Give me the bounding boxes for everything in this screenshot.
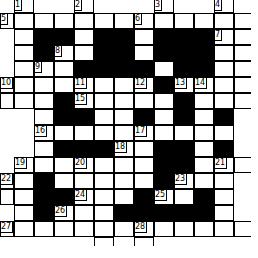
white-cell-r10-c3[interactable] xyxy=(54,157,74,173)
white-cell-r4-c3[interactable] xyxy=(54,61,74,77)
clue-number-18: 18 xyxy=(114,141,127,153)
white-cell-r10-c12[interactable] xyxy=(234,157,251,173)
void-cell-r15-c1 xyxy=(14,237,34,246)
white-cell-r11-c3[interactable] xyxy=(54,173,74,189)
crossword-puzzle-screenshot: 1234567891011121314151617181920212223242… xyxy=(0,0,258,258)
white-cell-r14-c8[interactable] xyxy=(154,221,174,237)
black-cell-r7-c11 xyxy=(214,109,234,125)
clue-number-26: 26 xyxy=(54,205,67,217)
white-cell-r12-c0[interactable] xyxy=(0,189,14,205)
black-cell-r9-c11 xyxy=(214,141,234,157)
void-cell-r3-c0 xyxy=(0,45,14,61)
white-cell-r13-c4[interactable] xyxy=(74,205,94,221)
white-cell-r8-c4[interactable] xyxy=(74,125,94,141)
white-cell-r8-c5[interactable] xyxy=(94,125,114,141)
white-cell-r12-c11[interactable] xyxy=(214,189,234,205)
white-cell-r9-c6[interactable]: 18 xyxy=(114,141,134,157)
white-cell-r5-c0[interactable]: 10 xyxy=(0,77,14,93)
white-cell-r4-c1[interactable] xyxy=(14,61,34,77)
white-cell-r14-c6[interactable] xyxy=(114,221,134,237)
black-cell-r13-c2 xyxy=(34,205,54,221)
black-cell-r4-c10 xyxy=(194,61,214,77)
white-cell-r10-c5[interactable] xyxy=(94,157,114,173)
white-cell-r11-c7[interactable] xyxy=(134,173,154,189)
white-cell-r11-c0[interactable]: 22 xyxy=(0,173,14,189)
clue-number-28: 28 xyxy=(134,221,147,233)
black-cell-r2-c9 xyxy=(174,29,194,45)
white-cell-r4-c2[interactable]: 9 xyxy=(34,61,54,77)
black-cell-r13-c9 xyxy=(174,205,194,221)
white-cell-r5-c12[interactable] xyxy=(234,77,251,93)
clue-number-3: 3 xyxy=(154,0,162,11)
white-cell-r13-c1[interactable] xyxy=(14,205,34,221)
white-cell-r11-c1[interactable] xyxy=(14,173,34,189)
void-cell-r2-c0 xyxy=(0,29,14,45)
black-cell-r7-c9 xyxy=(174,109,194,125)
clue-number-22: 22 xyxy=(0,173,13,185)
void-cell-r15-c3 xyxy=(54,237,74,246)
clue-number-5: 5 xyxy=(0,13,8,25)
clue-number-19: 19 xyxy=(14,157,27,169)
white-cell-r1-c7[interactable]: 6 xyxy=(134,13,154,29)
white-cell-r7-c6[interactable] xyxy=(114,109,134,125)
white-cell-r5-c11[interactable] xyxy=(214,77,234,93)
void-cell-r8-c1 xyxy=(14,125,34,141)
clue-number-10: 10 xyxy=(0,77,13,89)
white-cell-r14-c7[interactable]: 28 xyxy=(134,221,154,237)
void-cell-r0-c9 xyxy=(174,0,194,13)
white-cell-r14-c3[interactable] xyxy=(54,221,74,237)
white-cell-r6-c2[interactable] xyxy=(34,93,54,109)
white-cell-r5-c7[interactable]: 12 xyxy=(134,77,154,93)
clue-number-17: 17 xyxy=(134,125,147,137)
clue-number-9: 9 xyxy=(34,61,42,73)
white-cell-r6-c1[interactable] xyxy=(14,93,34,109)
clue-number-24: 24 xyxy=(74,189,87,201)
white-cell-r2-c12[interactable] xyxy=(234,29,251,45)
black-cell-r7-c7 xyxy=(134,109,154,125)
black-cell-r10-c9 xyxy=(174,157,194,173)
void-cell-r0-c5 xyxy=(94,0,114,13)
white-cell-r14-c2[interactable] xyxy=(34,221,54,237)
white-cell-r14-c0[interactable]: 27 xyxy=(0,221,14,237)
white-cell-r5-c3[interactable] xyxy=(54,77,74,93)
white-cell-r1-c12[interactable] xyxy=(234,13,251,29)
white-cell-r11-c5[interactable] xyxy=(94,173,114,189)
white-cell-r7-c5[interactable] xyxy=(94,109,114,125)
void-cell-r15-c4 xyxy=(74,237,94,246)
black-cell-r10-c8 xyxy=(154,157,174,173)
black-cell-r9-c5 xyxy=(94,141,114,157)
white-cell-r5-c1[interactable] xyxy=(14,77,34,93)
void-cell-r10-c0 xyxy=(0,157,14,173)
void-cell-r8-c12 xyxy=(234,125,251,141)
white-cell-r5-c6[interactable] xyxy=(114,77,134,93)
white-cell-r6-c12[interactable] xyxy=(234,93,251,109)
void-cell-r15-c9 xyxy=(174,237,194,246)
white-cell-r11-c10[interactable] xyxy=(194,173,214,189)
white-cell-r15-c5[interactable] xyxy=(94,237,114,246)
white-cell-r8-c7[interactable]: 17 xyxy=(134,125,154,141)
white-cell-r3-c12[interactable] xyxy=(234,45,251,61)
black-cell-r9-c3 xyxy=(54,141,74,157)
white-cell-r11-c4[interactable] xyxy=(74,173,94,189)
black-cell-r9-c4 xyxy=(74,141,94,157)
void-cell-r0-c3 xyxy=(54,0,74,13)
white-cell-r1-c11[interactable] xyxy=(214,13,234,29)
void-cell-r9-c1 xyxy=(14,141,34,157)
black-cell-r4-c6 xyxy=(114,61,134,77)
clue-number-1: 1 xyxy=(14,0,22,11)
white-cell-r1-c9[interactable] xyxy=(174,13,194,29)
clue-number-2: 2 xyxy=(74,0,82,11)
white-cell-r0-c11[interactable]: 4 xyxy=(214,0,234,13)
white-cell-r14-c9[interactable] xyxy=(174,221,194,237)
white-cell-r14-c11[interactable] xyxy=(214,221,234,237)
black-cell-r13-c8 xyxy=(154,205,174,221)
white-cell-r8-c11[interactable] xyxy=(214,125,234,141)
white-cell-r6-c10[interactable] xyxy=(194,93,214,109)
black-cell-r4-c4 xyxy=(74,61,94,77)
white-cell-r10-c11[interactable]: 21 xyxy=(214,157,234,173)
white-cell-r8-c10[interactable] xyxy=(194,125,214,141)
white-cell-r14-c1[interactable] xyxy=(14,221,34,237)
void-cell-r15-c0 xyxy=(0,237,14,246)
black-cell-r7-c4 xyxy=(74,109,94,125)
white-cell-r1-c2[interactable] xyxy=(34,13,54,29)
clue-number-6: 6 xyxy=(134,13,142,25)
white-cell-r6-c4[interactable]: 15 xyxy=(74,93,94,109)
clue-number-14: 14 xyxy=(194,77,207,89)
white-cell-r12-c6[interactable] xyxy=(114,189,134,205)
white-cell-r10-c7[interactable] xyxy=(134,157,154,173)
black-cell-r2-c8 xyxy=(154,29,174,45)
clue-number-23: 23 xyxy=(174,173,187,185)
white-cell-r3-c7[interactable] xyxy=(134,45,154,61)
void-cell-r0-c7 xyxy=(134,0,154,13)
clue-number-7: 7 xyxy=(214,29,222,41)
black-cell-r2-c5 xyxy=(94,29,114,45)
white-cell-r11-c11[interactable] xyxy=(214,173,234,189)
white-cell-r12-c1[interactable] xyxy=(14,189,34,205)
black-cell-r12-c2 xyxy=(34,189,54,205)
white-cell-r8-c6[interactable] xyxy=(114,125,134,141)
void-cell-r7-c12 xyxy=(234,109,251,125)
white-cell-r2-c4[interactable] xyxy=(74,29,94,45)
white-cell-r4-c12[interactable] xyxy=(234,61,251,77)
void-cell-r7-c1 xyxy=(14,109,34,125)
clue-number-13: 13 xyxy=(174,77,187,89)
white-cell-r5-c4[interactable]: 11 xyxy=(74,77,94,93)
clue-number-27: 27 xyxy=(0,221,13,233)
void-cell-r12-c12 xyxy=(234,189,251,205)
white-cell-r7-c2[interactable] xyxy=(34,109,54,125)
clue-number-25: 25 xyxy=(154,189,167,201)
white-cell-r1-c4[interactable] xyxy=(74,13,94,29)
white-cell-r10-c4[interactable]: 20 xyxy=(74,157,94,173)
black-cell-r3-c2 xyxy=(34,45,54,61)
white-cell-r8-c3[interactable] xyxy=(54,125,74,141)
void-cell-r8-c0 xyxy=(0,125,14,141)
white-cell-r9-c7[interactable] xyxy=(134,141,154,157)
white-cell-r5-c10[interactable]: 14 xyxy=(194,77,214,93)
white-cell-r3-c4[interactable] xyxy=(74,45,94,61)
white-cell-r0-c8[interactable]: 3 xyxy=(154,0,174,13)
white-cell-r10-c10[interactable] xyxy=(194,157,214,173)
white-cell-r12-c4[interactable]: 24 xyxy=(74,189,94,205)
white-cell-r7-c10[interactable] xyxy=(194,109,214,125)
white-cell-r3-c1[interactable] xyxy=(14,45,34,61)
void-cell-r0-c6 xyxy=(114,0,134,13)
white-cell-r14-c4[interactable] xyxy=(74,221,94,237)
white-cell-r6-c8[interactable] xyxy=(154,93,174,109)
void-cell-r0-c10 xyxy=(194,0,214,13)
black-cell-r6-c9 xyxy=(174,93,194,109)
black-cell-r4-c5 xyxy=(94,61,114,77)
black-cell-r2-c10 xyxy=(194,29,214,45)
white-cell-r14-c12[interactable] xyxy=(234,221,251,237)
black-cell-r13-c6 xyxy=(114,205,134,221)
black-cell-r2-c6 xyxy=(114,29,134,45)
white-cell-r3-c3[interactable]: 8 xyxy=(54,45,74,61)
white-cell-r12-c8[interactable]: 25 xyxy=(154,189,174,205)
black-cell-r3-c5 xyxy=(94,45,114,61)
white-cell-r14-c10[interactable] xyxy=(194,221,214,237)
white-cell-r10-c6[interactable] xyxy=(114,157,134,173)
void-cell-r15-c8 xyxy=(154,237,174,246)
white-cell-r1-c5[interactable] xyxy=(94,13,114,29)
black-cell-r3-c8 xyxy=(154,45,174,61)
white-cell-r10-c2[interactable] xyxy=(34,157,54,173)
black-cell-r3-c9 xyxy=(174,45,194,61)
white-cell-r2-c11[interactable]: 7 xyxy=(214,29,234,45)
white-cell-r1-c6[interactable] xyxy=(114,13,134,29)
void-cell-r4-c0 xyxy=(0,61,14,77)
black-cell-r5-c8 xyxy=(154,77,174,93)
white-cell-r5-c5[interactable] xyxy=(94,77,114,93)
white-cell-r1-c1[interactable] xyxy=(14,13,34,29)
white-cell-r0-c4[interactable]: 2 xyxy=(74,0,94,13)
black-cell-r2-c3 xyxy=(54,29,74,45)
void-cell-r0-c12 xyxy=(234,0,251,13)
white-cell-r3-c11[interactable] xyxy=(214,45,234,61)
white-cell-r13-c3[interactable]: 26 xyxy=(54,205,74,221)
white-cell-r6-c7[interactable] xyxy=(134,93,154,109)
void-cell-r15-c2 xyxy=(34,237,54,246)
void-cell-r15-c6 xyxy=(114,237,134,246)
white-cell-r1-c0[interactable]: 5 xyxy=(0,13,14,29)
clue-number-11: 11 xyxy=(74,77,87,89)
white-cell-r8-c8[interactable] xyxy=(154,125,174,141)
white-cell-r12-c9[interactable] xyxy=(174,189,194,205)
white-cell-r8-c9[interactable] xyxy=(174,125,194,141)
clue-number-15: 15 xyxy=(74,93,87,105)
black-cell-r13-c7 xyxy=(134,205,154,221)
clue-number-12: 12 xyxy=(134,77,147,89)
black-cell-r7-c3 xyxy=(54,109,74,125)
white-cell-r6-c0[interactable] xyxy=(0,93,14,109)
void-cell-r0-c2 xyxy=(34,0,54,13)
white-cell-r7-c8[interactable] xyxy=(154,109,174,125)
white-cell-r6-c11[interactable] xyxy=(214,93,234,109)
black-cell-r13-c10 xyxy=(194,205,214,221)
void-cell-r0-c0 xyxy=(0,0,14,13)
clue-number-4: 4 xyxy=(214,0,222,11)
white-cell-r8-c2[interactable]: 16 xyxy=(34,125,54,141)
void-cell-r7-c0 xyxy=(0,109,14,125)
void-cell-r9-c0 xyxy=(0,141,14,157)
white-cell-r5-c9[interactable]: 13 xyxy=(174,77,194,93)
black-cell-r9-c8 xyxy=(154,141,174,157)
black-cell-r4-c9 xyxy=(174,61,194,77)
black-cell-r2-c2 xyxy=(34,29,54,45)
void-cell-r13-c0 xyxy=(0,205,14,221)
black-cell-r4-c7 xyxy=(134,61,154,77)
black-cell-r9-c9 xyxy=(174,141,194,157)
void-cell-r11-c12 xyxy=(234,173,251,189)
white-cell-r13-c11[interactable] xyxy=(214,205,234,221)
black-cell-r12-c3 xyxy=(54,189,74,205)
crossword-grid: 1234567891011121314151617181920212223242… xyxy=(0,0,251,246)
black-cell-r11-c2 xyxy=(34,173,54,189)
void-cell-r9-c12 xyxy=(234,141,251,157)
clue-number-20: 20 xyxy=(74,157,87,169)
white-cell-r2-c7[interactable] xyxy=(134,29,154,45)
white-cell-r10-c1[interactable]: 19 xyxy=(14,157,34,173)
white-cell-r6-c5[interactable] xyxy=(94,93,114,109)
white-cell-r11-c6[interactable] xyxy=(114,173,134,189)
void-cell-r13-c12 xyxy=(234,205,251,221)
black-cell-r12-c10 xyxy=(194,189,214,205)
white-cell-r14-c5[interactable] xyxy=(94,221,114,237)
white-cell-r11-c9[interactable]: 23 xyxy=(174,173,194,189)
white-cell-r2-c1[interactable] xyxy=(14,29,34,45)
white-cell-r6-c6[interactable] xyxy=(114,93,134,109)
black-cell-r3-c6 xyxy=(114,45,134,61)
white-cell-r4-c8[interactable] xyxy=(154,61,174,77)
clue-number-8: 8 xyxy=(54,45,62,57)
white-cell-r15-c7[interactable] xyxy=(134,237,154,246)
clue-number-21: 21 xyxy=(214,157,227,169)
white-cell-r5-c2[interactable] xyxy=(34,77,54,93)
black-cell-r6-c3 xyxy=(54,93,74,109)
white-cell-r1-c10[interactable] xyxy=(194,13,214,29)
void-cell-r15-c12 xyxy=(234,237,251,246)
white-cell-r1-c3[interactable] xyxy=(54,13,74,29)
white-cell-r9-c2[interactable] xyxy=(34,141,54,157)
void-cell-r15-c10 xyxy=(194,237,214,246)
white-cell-r1-c8[interactable] xyxy=(154,13,174,29)
void-cell-r15-c11 xyxy=(214,237,234,246)
white-cell-r13-c5[interactable] xyxy=(94,205,114,221)
white-cell-r0-c1[interactable]: 1 xyxy=(14,0,34,13)
black-cell-r3-c10 xyxy=(194,45,214,61)
white-cell-r12-c5[interactable] xyxy=(94,189,114,205)
white-cell-r4-c11[interactable] xyxy=(214,61,234,77)
black-cell-r12-c7 xyxy=(134,189,154,205)
clue-number-16: 16 xyxy=(34,125,47,137)
black-cell-r11-c8 xyxy=(154,173,174,189)
white-cell-r9-c10[interactable] xyxy=(194,141,214,157)
